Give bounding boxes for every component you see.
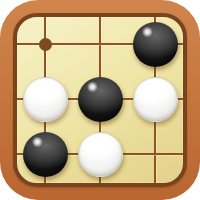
white-stone <box>78 132 123 177</box>
board-point[interactable] <box>128 127 183 182</box>
star-point <box>39 38 52 51</box>
white-stone <box>23 77 68 122</box>
board-point[interactable] <box>128 17 183 72</box>
black-stone <box>133 22 178 67</box>
board-point[interactable] <box>18 17 73 72</box>
white-stone <box>133 77 178 122</box>
black-stone <box>78 77 123 122</box>
board-point[interactable] <box>73 17 128 72</box>
board-point[interactable] <box>18 127 73 182</box>
board-point[interactable] <box>18 72 73 127</box>
board-point[interactable] <box>128 72 183 127</box>
board-point[interactable] <box>73 72 128 127</box>
board-grid <box>18 17 183 182</box>
black-stone <box>23 132 68 177</box>
go-app-icon <box>0 0 200 200</box>
board-point[interactable] <box>73 127 128 182</box>
